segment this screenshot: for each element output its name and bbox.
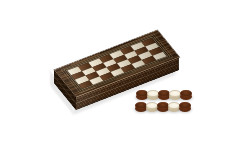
checker-top: [179, 102, 191, 109]
checker-dark[interactable]: [180, 90, 192, 101]
checker-top: [180, 90, 192, 97]
checker-dark[interactable]: [179, 102, 191, 113]
